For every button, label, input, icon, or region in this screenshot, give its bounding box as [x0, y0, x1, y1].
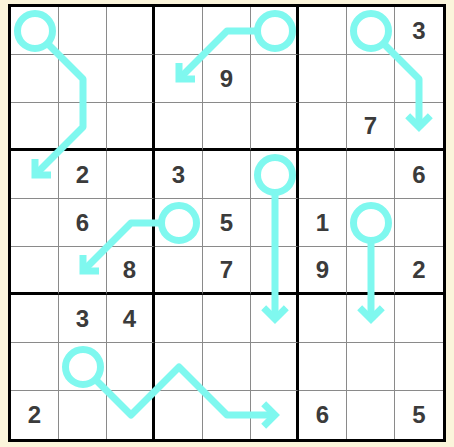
- cell-r1c2[interactable]: [59, 7, 107, 55]
- sudoku-grid: 397236651879234265: [11, 7, 443, 439]
- cell-r5c3[interactable]: [107, 199, 155, 247]
- given-digit-r9c1[interactable]: 2: [11, 391, 59, 439]
- cell-r1c8[interactable]: [347, 7, 395, 55]
- cell-r5c4[interactable]: [155, 199, 203, 247]
- cell-r9c6[interactable]: [251, 391, 299, 439]
- cell-r2c1[interactable]: [11, 55, 59, 103]
- given-digit-r6c9[interactable]: 2: [395, 247, 443, 295]
- given-digit-r5c2[interactable]: 6: [59, 199, 107, 247]
- cell-r8c9[interactable]: [395, 343, 443, 391]
- cell-r7c6[interactable]: [251, 295, 299, 343]
- cell-r3c3[interactable]: [107, 103, 155, 151]
- cell-r9c4[interactable]: [155, 391, 203, 439]
- cell-r3c1[interactable]: [11, 103, 59, 151]
- given-digit-r5c7[interactable]: 1: [299, 199, 347, 247]
- cell-r3c5[interactable]: [203, 103, 251, 151]
- cell-r3c2[interactable]: [59, 103, 107, 151]
- cell-r2c6[interactable]: [251, 55, 299, 103]
- cell-r6c6[interactable]: [251, 247, 299, 295]
- cell-r6c4[interactable]: [155, 247, 203, 295]
- cell-r2c4[interactable]: [155, 55, 203, 103]
- cell-r3c6[interactable]: [251, 103, 299, 151]
- cell-r1c7[interactable]: [299, 7, 347, 55]
- cell-r5c9[interactable]: [395, 199, 443, 247]
- cell-r7c1[interactable]: [11, 295, 59, 343]
- sudoku-board: 397236651879234265: [8, 4, 446, 442]
- page: { "game": "sudoku", "variant": "arrow-su…: [0, 0, 454, 447]
- cell-r8c1[interactable]: [11, 343, 59, 391]
- cell-r4c3[interactable]: [107, 151, 155, 199]
- cell-r8c6[interactable]: [251, 343, 299, 391]
- cell-r3c7[interactable]: [299, 103, 347, 151]
- cell-r9c8[interactable]: [347, 391, 395, 439]
- cell-r7c8[interactable]: [347, 295, 395, 343]
- cell-r1c3[interactable]: [107, 7, 155, 55]
- cell-r1c5[interactable]: [203, 7, 251, 55]
- cell-r4c5[interactable]: [203, 151, 251, 199]
- cell-r8c5[interactable]: [203, 343, 251, 391]
- cell-r4c6[interactable]: [251, 151, 299, 199]
- cell-r4c8[interactable]: [347, 151, 395, 199]
- cell-r6c1[interactable]: [11, 247, 59, 295]
- cell-r7c7[interactable]: [299, 295, 347, 343]
- cell-r8c3[interactable]: [107, 343, 155, 391]
- given-digit-r4c2[interactable]: 2: [59, 151, 107, 199]
- cell-r8c2[interactable]: [59, 343, 107, 391]
- cell-r6c2[interactable]: [59, 247, 107, 295]
- cell-r1c4[interactable]: [155, 7, 203, 55]
- given-digit-r7c3[interactable]: 4: [107, 295, 155, 343]
- given-digit-r4c4[interactable]: 3: [155, 151, 203, 199]
- cell-r1c6[interactable]: [251, 7, 299, 55]
- cell-r2c2[interactable]: [59, 55, 107, 103]
- cell-r7c5[interactable]: [203, 295, 251, 343]
- given-digit-r5c5[interactable]: 5: [203, 199, 251, 247]
- given-digit-r3c8[interactable]: 7: [347, 103, 395, 151]
- cell-r8c8[interactable]: [347, 343, 395, 391]
- cell-r5c8[interactable]: [347, 199, 395, 247]
- cell-r9c3[interactable]: [107, 391, 155, 439]
- given-digit-r1c9[interactable]: 3: [395, 7, 443, 55]
- cell-r8c7[interactable]: [299, 343, 347, 391]
- cell-r7c4[interactable]: [155, 295, 203, 343]
- given-digit-r7c2[interactable]: 3: [59, 295, 107, 343]
- cell-r7c9[interactable]: [395, 295, 443, 343]
- given-digit-r6c3[interactable]: 8: [107, 247, 155, 295]
- cell-r8c4[interactable]: [155, 343, 203, 391]
- given-digit-r9c9[interactable]: 5: [395, 391, 443, 439]
- cell-r2c3[interactable]: [107, 55, 155, 103]
- cell-r1c1[interactable]: [11, 7, 59, 55]
- cell-r2c9[interactable]: [395, 55, 443, 103]
- cell-r5c1[interactable]: [11, 199, 59, 247]
- cell-r9c2[interactable]: [59, 391, 107, 439]
- cell-r9c5[interactable]: [203, 391, 251, 439]
- cell-r3c9[interactable]: [395, 103, 443, 151]
- cell-r4c1[interactable]: [11, 151, 59, 199]
- cell-r5c6[interactable]: [251, 199, 299, 247]
- given-digit-r2c5[interactable]: 9: [203, 55, 251, 103]
- given-digit-r9c7[interactable]: 6: [299, 391, 347, 439]
- cell-r2c8[interactable]: [347, 55, 395, 103]
- given-digit-r6c5[interactable]: 7: [203, 247, 251, 295]
- cell-r2c7[interactable]: [299, 55, 347, 103]
- given-digit-r4c9[interactable]: 6: [395, 151, 443, 199]
- given-digit-r6c7[interactable]: 9: [299, 247, 347, 295]
- cell-r6c8[interactable]: [347, 247, 395, 295]
- cell-r4c7[interactable]: [299, 151, 347, 199]
- cell-r3c4[interactable]: [155, 103, 203, 151]
